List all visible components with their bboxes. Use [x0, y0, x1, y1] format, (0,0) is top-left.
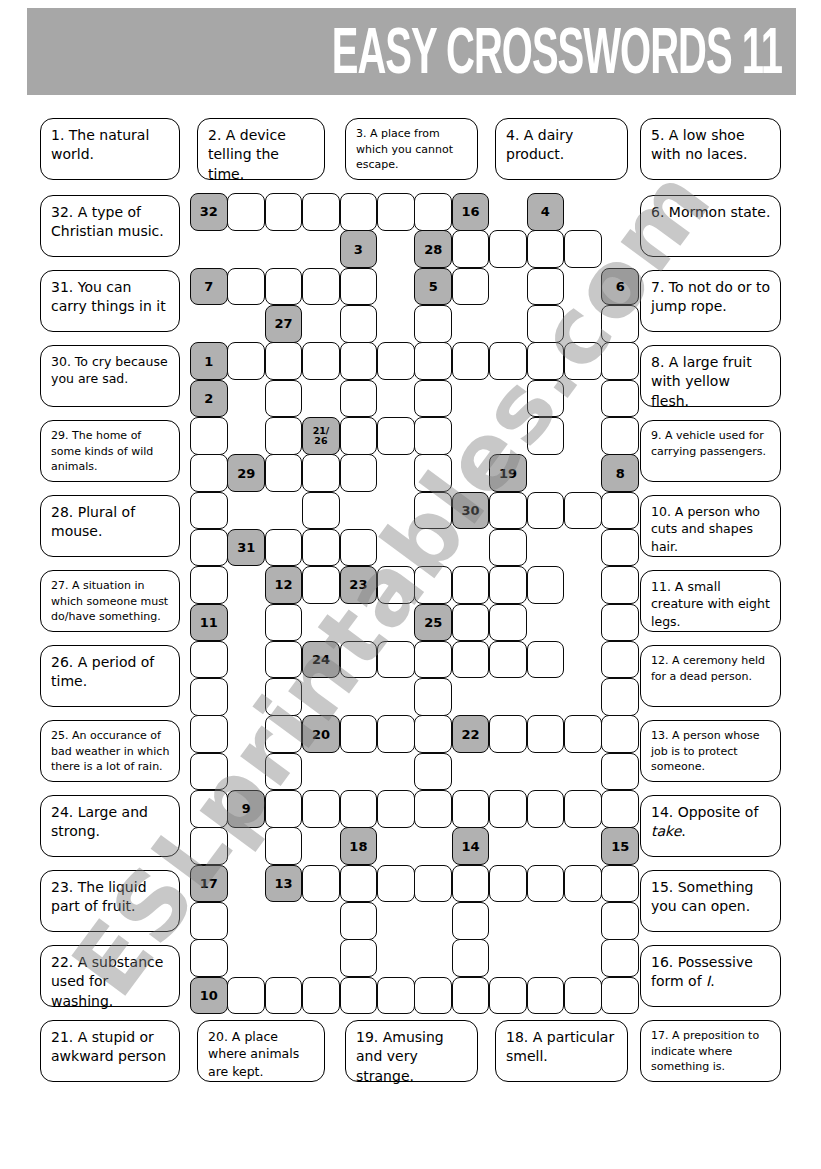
clue-box-4: 4. A dairy product.: [495, 118, 628, 180]
clue-box-12: 12. A ceremony held for a dead person.: [640, 645, 781, 707]
cell-number: 27: [275, 316, 293, 331]
cell-r19c9[interactable]: [489, 865, 527, 903]
clue-box-32: 32. A type of Christian music.: [40, 195, 180, 257]
cell-r20c1[interactable]: [190, 902, 228, 940]
cell-r13c12[interactable]: [601, 641, 639, 679]
cell-r15c12[interactable]: [601, 715, 639, 753]
cell-r14c12[interactable]: [601, 678, 639, 716]
cell-r22c2[interactable]: [227, 977, 265, 1015]
cell-number: 21/26: [313, 426, 330, 446]
cell-r22c11[interactable]: [564, 977, 602, 1015]
clue-box-11: 11. A small creature with eight legs.: [640, 570, 781, 632]
cell-r9c1[interactable]: [190, 492, 228, 530]
cell-r5c3[interactable]: [265, 342, 303, 380]
italic-word: take: [651, 823, 681, 839]
cell-r5c7[interactable]: [414, 342, 452, 380]
cell-r2c10[interactable]: [527, 230, 565, 268]
cell-r1c7[interactable]: [414, 193, 452, 231]
cell-number: 5: [429, 279, 438, 294]
clue-box-2: 2. A device telling the time.: [197, 118, 325, 180]
cell-r13c8[interactable]: [452, 641, 490, 679]
cell-number: 31: [237, 540, 255, 555]
cell-r18c5[interactable]: 18: [340, 827, 378, 865]
cell-r13c9[interactable]: [489, 641, 527, 679]
cell-r21c8[interactable]: [452, 939, 490, 977]
cell-r3c8[interactable]: [452, 268, 490, 306]
clue-box-6: 6. Mormon state.: [640, 195, 781, 257]
cell-r22c7[interactable]: [414, 977, 452, 1015]
cell-r22c10[interactable]: [527, 977, 565, 1015]
cell-r12c7[interactable]: 25: [414, 604, 452, 642]
cell-r5c9[interactable]: [489, 342, 527, 380]
cell-r13c1[interactable]: [190, 641, 228, 679]
cell-r4c12[interactable]: [601, 305, 639, 343]
cell-r1c1[interactable]: 32: [190, 193, 228, 231]
clue-box-10: 10. A person who cuts and shapes hair.: [640, 495, 781, 557]
cell-r3c4[interactable]: [302, 268, 340, 306]
cell-r17c8[interactable]: [452, 790, 490, 828]
cell-r2c8[interactable]: [452, 230, 490, 268]
clue-box-3: 3. A place from which you cannot escape.: [345, 118, 478, 180]
cell-r17c6[interactable]: [377, 790, 415, 828]
cell-number: 16: [462, 204, 480, 219]
cell-r1c8[interactable]: 16: [452, 193, 490, 231]
cell-r11c7[interactable]: [414, 566, 452, 604]
cell-r6c1[interactable]: 2: [190, 380, 228, 418]
cell-r15c9[interactable]: [489, 715, 527, 753]
clue-box-21: 21. A stupid or awkward person: [40, 1020, 180, 1082]
cell-number: 12: [275, 577, 293, 592]
clue-box-19: 19. Amusing and very strange.: [345, 1020, 478, 1082]
cell-r15c6[interactable]: [377, 715, 415, 753]
cell-r17c12[interactable]: [601, 790, 639, 828]
cell-r1c4[interactable]: [302, 193, 340, 231]
clue-box-15: 15. Something you can open.: [640, 870, 781, 932]
clue-box-18: 18. A particular smell.: [495, 1020, 628, 1082]
cell-number: 8: [616, 466, 625, 481]
cell-r18c1[interactable]: [190, 827, 228, 865]
cell-number: 9: [242, 801, 251, 816]
cell-number: 13: [275, 876, 293, 891]
cell-r3c1[interactable]: 7: [190, 268, 228, 306]
cell-r11c5[interactable]: 23: [340, 566, 378, 604]
cell-r17c4[interactable]: [302, 790, 340, 828]
cell-r5c10[interactable]: [527, 342, 565, 380]
cell-r19c8[interactable]: [452, 865, 490, 903]
clue-box-5: 5. A low shoe with no laces.: [640, 118, 781, 180]
cell-r10c9[interactable]: [489, 529, 527, 567]
cell-r17c9[interactable]: [489, 790, 527, 828]
cell-r15c11[interactable]: [564, 715, 602, 753]
cell-number: 4: [541, 204, 550, 219]
cell-r22c4[interactable]: [302, 977, 340, 1015]
cell-number: 25: [424, 615, 442, 630]
cell-r5c8[interactable]: [452, 342, 490, 380]
cell-r14c3[interactable]: [265, 678, 303, 716]
cell-r9c10[interactable]: [527, 492, 565, 530]
cell-number: 23: [349, 577, 367, 592]
cell-r7c7[interactable]: [414, 417, 452, 455]
clue-box-26: 26. A period of time.: [40, 645, 180, 707]
cell-r4c3[interactable]: 27: [265, 305, 303, 343]
cell-r21c5[interactable]: [340, 939, 378, 977]
clue-box-7: 7. To not do or to jump rope.: [640, 270, 781, 332]
cell-r15c10[interactable]: [527, 715, 565, 753]
cell-r2c7[interactable]: 28: [414, 230, 452, 268]
cell-r19c6[interactable]: [377, 865, 415, 903]
cell-number: 30: [462, 503, 480, 518]
cell-r17c5[interactable]: [340, 790, 378, 828]
cell-r1c2[interactable]: [227, 193, 265, 231]
cell-r22c6[interactable]: [377, 977, 415, 1015]
clue-box-31: 31. You can carry things in it: [40, 270, 180, 332]
cell-r20c5[interactable]: [340, 902, 378, 940]
cell-r7c6[interactable]: [377, 417, 415, 455]
cell-r20c8[interactable]: [452, 902, 490, 940]
crossword-grid: 32164328756271221/2629198303112231125242…: [190, 193, 642, 1016]
clue-box-16: 16. Possessive form of I.: [640, 945, 781, 1007]
cell-r8c2[interactable]: 29: [227, 454, 265, 492]
cell-r13c10[interactable]: [527, 641, 565, 679]
cell-r3c3[interactable]: [265, 268, 303, 306]
cell-r5c4[interactable]: [302, 342, 340, 380]
cell-r19c10[interactable]: [527, 865, 565, 903]
cell-number: 14: [462, 839, 480, 854]
cell-r12c12[interactable]: [601, 604, 639, 642]
cell-r17c10[interactable]: [527, 790, 565, 828]
cell-r16c7[interactable]: [414, 753, 452, 791]
cell-r13c6[interactable]: [377, 641, 415, 679]
cell-r15c7[interactable]: [414, 715, 452, 753]
cell-r5c12[interactable]: [601, 342, 639, 380]
cell-r5c11[interactable]: [564, 342, 602, 380]
cell-r12c1[interactable]: 11: [190, 604, 228, 642]
cell-r9c12[interactable]: [601, 492, 639, 530]
cell-r13c4[interactable]: 24: [302, 641, 340, 679]
clue-box-22: 22. A substance used for washing.: [40, 945, 180, 1007]
cell-r13c7[interactable]: [414, 641, 452, 679]
cell-number: 15: [611, 839, 629, 854]
cell-r22c3[interactable]: [265, 977, 303, 1015]
clue-box-9: 9. A vehicle used for carrying passenger…: [640, 420, 781, 482]
clue-box-25: 25. An occurance of bad weather in which…: [40, 720, 180, 782]
cell-r2c11[interactable]: [564, 230, 602, 268]
cell-r2c5[interactable]: 3: [340, 230, 378, 268]
cell-r7c1[interactable]: [190, 417, 228, 455]
cell-r4c5[interactable]: [340, 305, 378, 343]
cell-r15c8[interactable]: 22: [452, 715, 490, 753]
cell-number: 2: [204, 391, 213, 406]
cell-r12c3[interactable]: [265, 604, 303, 642]
cell-r18c12[interactable]: 15: [601, 827, 639, 865]
cell-number: 20: [312, 727, 330, 742]
cell-r13c3[interactable]: [265, 641, 303, 679]
cell-r9c4[interactable]: [302, 492, 340, 530]
cell-r17c7[interactable]: [414, 790, 452, 828]
clue-box-27: 27. A situation in which someone must do…: [40, 570, 180, 632]
cell-r3c7[interactable]: 5: [414, 268, 452, 306]
cell-number: 7: [204, 279, 213, 294]
cell-r21c12[interactable]: [601, 939, 639, 977]
cell-r1c10[interactable]: 4: [527, 193, 565, 231]
cell-r11c12[interactable]: [601, 566, 639, 604]
cell-r19c7[interactable]: [414, 865, 452, 903]
clue-box-30: 30. To cry because you are sad.: [40, 345, 180, 407]
cell-r12c8[interactable]: [452, 604, 490, 642]
cell-r10c12[interactable]: [601, 529, 639, 567]
cell-r11c3[interactable]: 12: [265, 566, 303, 604]
cell-r21c1[interactable]: [190, 939, 228, 977]
cell-number: 32: [200, 204, 218, 219]
cell-r22c12[interactable]: [601, 977, 639, 1015]
cell-number: 6: [616, 279, 625, 294]
cell-r1c3[interactable]: [265, 193, 303, 231]
cell-r15c3[interactable]: [265, 715, 303, 753]
cell-r20c12[interactable]: [601, 902, 639, 940]
title-banner: EASY CROSSWORDS 11: [27, 8, 796, 95]
page-title: EASY CROSSWORDS 11: [332, 15, 796, 88]
cell-r6c10[interactable]: [527, 380, 565, 418]
cell-r7c5[interactable]: [340, 417, 378, 455]
cell-number: 19: [499, 466, 517, 481]
clue-box-1: 1. The natural world.: [40, 118, 180, 180]
cell-r15c1[interactable]: [190, 715, 228, 753]
cell-r12c9[interactable]: [489, 604, 527, 642]
cell-r19c3[interactable]: 13: [265, 865, 303, 903]
cell-r22c9[interactable]: [489, 977, 527, 1015]
cell-r3c12[interactable]: 6: [601, 268, 639, 306]
cell-number: 1: [204, 354, 213, 369]
cell-r10c2[interactable]: 31: [227, 529, 265, 567]
cell-r10c3[interactable]: [265, 529, 303, 567]
cell-r11c9[interactable]: [489, 566, 527, 604]
italic-word: I: [706, 973, 710, 989]
cell-number: 18: [349, 839, 367, 854]
clue-box-13: 13. A person whose job is to protect som…: [640, 720, 781, 782]
cell-r6c5[interactable]: [340, 380, 378, 418]
clue-box-23: 23. The liquid part of fruit.: [40, 870, 180, 932]
cell-number: 24: [312, 652, 330, 667]
cell-r9c9[interactable]: [489, 492, 527, 530]
cell-r8c9[interactable]: 19: [489, 454, 527, 492]
cell-r8c3[interactable]: [265, 454, 303, 492]
cell-r14c7[interactable]: [414, 678, 452, 716]
cell-r3c5[interactable]: [340, 268, 378, 306]
cell-r1c6[interactable]: [377, 193, 415, 231]
cell-r8c5[interactable]: [340, 454, 378, 492]
cell-r22c1[interactable]: 10: [190, 977, 228, 1015]
cell-r11c8[interactable]: [452, 566, 490, 604]
cell-r11c6[interactable]: [377, 566, 415, 604]
cell-r8c12[interactable]: 8: [601, 454, 639, 492]
clue-box-20: 20. A place where animals are kept.: [197, 1020, 325, 1082]
cell-r9c8[interactable]: 30: [452, 492, 490, 530]
cell-r11c10[interactable]: [527, 566, 565, 604]
cell-r7c3[interactable]: [265, 417, 303, 455]
cell-r4c10[interactable]: [527, 305, 565, 343]
cell-r17c1[interactable]: [190, 790, 228, 828]
cell-r16c3[interactable]: [265, 753, 303, 791]
cell-r5c2[interactable]: [227, 342, 265, 380]
cell-r1c5[interactable]: [340, 193, 378, 231]
cell-r17c11[interactable]: [564, 790, 602, 828]
cell-r3c2[interactable]: [227, 268, 265, 306]
cell-r13c5[interactable]: [340, 641, 378, 679]
cell-number: 11: [200, 615, 218, 630]
clue-box-14: 14. Opposite of take.: [640, 795, 781, 857]
cell-r15c4[interactable]: 20: [302, 715, 340, 753]
cell-r5c1[interactable]: 1: [190, 342, 228, 380]
cell-r4c7[interactable]: [414, 305, 452, 343]
cell-r9c11[interactable]: [564, 492, 602, 530]
cell-r7c10[interactable]: [527, 417, 565, 455]
cell-r5c6[interactable]: [377, 342, 415, 380]
clue-box-8: 8. A large fruit with yellow flesh.: [640, 345, 781, 407]
cell-r3c10[interactable]: [527, 268, 565, 306]
cell-r5c5[interactable]: [340, 342, 378, 380]
cell-r11c4[interactable]: [302, 566, 340, 604]
cell-r18c3[interactable]: [265, 827, 303, 865]
cell-r6c12[interactable]: [601, 380, 639, 418]
clue-box-29: 29. The home of some kinds of wild anima…: [40, 420, 180, 482]
cell-r9c7[interactable]: [414, 492, 452, 530]
cell-r10c4[interactable]: [302, 529, 340, 567]
cell-r19c12[interactable]: [601, 865, 639, 903]
cell-r10c1[interactable]: [190, 529, 228, 567]
cell-r8c4[interactable]: [302, 454, 340, 492]
cell-r22c5[interactable]: [340, 977, 378, 1015]
cell-number: 22: [462, 727, 480, 742]
cell-number: 17: [200, 876, 218, 891]
cell-r6c7[interactable]: [414, 380, 452, 418]
cell-r19c11[interactable]: [564, 865, 602, 903]
cell-r7c4[interactable]: 21/26: [302, 417, 340, 455]
cell-r15c5[interactable]: [340, 715, 378, 753]
clue-box-28: 28. Plural of mouse.: [40, 495, 180, 557]
cell-r11c1[interactable]: [190, 566, 228, 604]
clue-box-24: 24. Large and strong.: [40, 795, 180, 857]
cell-r19c5[interactable]: [340, 865, 378, 903]
cell-r19c1[interactable]: 17: [190, 865, 228, 903]
cell-r22c8[interactable]: [452, 977, 490, 1015]
cell-number: 3: [354, 242, 363, 257]
cell-number: 28: [424, 242, 442, 257]
cell-r18c8[interactable]: 14: [452, 827, 490, 865]
cell-r2c9[interactable]: [489, 230, 527, 268]
cell-number: 29: [237, 466, 255, 481]
cell-r7c12[interactable]: [601, 417, 639, 455]
cell-r17c2[interactable]: 9: [227, 790, 265, 828]
cell-r19c4[interactable]: [302, 865, 340, 903]
cell-r17c3[interactable]: [265, 790, 303, 828]
clue-box-17: 17. A preposition to indicate where some…: [640, 1020, 781, 1082]
cell-r6c3[interactable]: [265, 380, 303, 418]
cell-r16c12[interactable]: [601, 753, 639, 791]
cell-number: 10: [200, 988, 218, 1003]
cell-r8c1[interactable]: [190, 454, 228, 492]
cell-r14c1[interactable]: [190, 678, 228, 716]
cell-r10c5[interactable]: [340, 529, 378, 567]
cell-r16c1[interactable]: [190, 753, 228, 791]
cell-r8c7[interactable]: [414, 454, 452, 492]
